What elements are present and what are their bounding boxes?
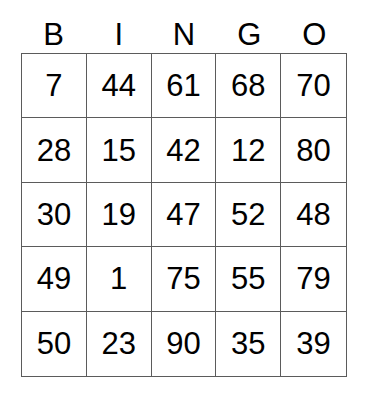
bingo-cell-r1c5[interactable]: 70 bbox=[281, 54, 346, 118]
header-letter-g: G bbox=[217, 16, 282, 52]
bingo-cell-r3c1[interactable]: 30 bbox=[22, 183, 87, 247]
bingo-cell-r1c1[interactable]: 7 bbox=[22, 54, 87, 118]
header-letter-o: O bbox=[282, 16, 347, 52]
bingo-cell-r3c5[interactable]: 48 bbox=[281, 183, 346, 247]
bingo-cell-r2c3[interactable]: 42 bbox=[152, 118, 217, 182]
bingo-cell-r4c3[interactable]: 75 bbox=[152, 247, 217, 311]
bingo-card: B I N G O 7 44 61 68 70 28 15 42 12 80 3… bbox=[0, 0, 368, 400]
bingo-cell-r2c4[interactable]: 12 bbox=[216, 118, 281, 182]
bingo-cell-r4c2[interactable]: 1 bbox=[87, 247, 152, 311]
bingo-cell-r3c2[interactable]: 19 bbox=[87, 183, 152, 247]
bingo-cell-r5c3[interactable]: 90 bbox=[152, 312, 217, 376]
bingo-cell-r4c1[interactable]: 49 bbox=[22, 247, 87, 311]
bingo-cell-r2c5[interactable]: 80 bbox=[281, 118, 346, 182]
bingo-cell-r1c3[interactable]: 61 bbox=[152, 54, 217, 118]
bingo-cell-r1c4[interactable]: 68 bbox=[216, 54, 281, 118]
bingo-cell-r2c2[interactable]: 15 bbox=[87, 118, 152, 182]
bingo-cell-r3c4[interactable]: 52 bbox=[216, 183, 281, 247]
bingo-header: B I N G O bbox=[21, 16, 347, 52]
bingo-cell-r5c4[interactable]: 35 bbox=[216, 312, 281, 376]
bingo-cell-r2c1[interactable]: 28 bbox=[22, 118, 87, 182]
bingo-cell-r5c1[interactable]: 50 bbox=[22, 312, 87, 376]
bingo-cell-r5c5[interactable]: 39 bbox=[281, 312, 346, 376]
bingo-cell-r3c3[interactable]: 47 bbox=[152, 183, 217, 247]
bingo-cell-r5c2[interactable]: 23 bbox=[87, 312, 152, 376]
bingo-cell-r4c5[interactable]: 79 bbox=[281, 247, 346, 311]
header-letter-i: I bbox=[86, 16, 151, 52]
bingo-cell-r1c2[interactable]: 44 bbox=[87, 54, 152, 118]
header-letter-b: B bbox=[21, 16, 86, 52]
bingo-board: 7 44 61 68 70 28 15 42 12 80 30 19 47 52… bbox=[21, 53, 347, 377]
header-letter-n: N bbox=[151, 16, 216, 52]
bingo-cell-r4c4[interactable]: 55 bbox=[216, 247, 281, 311]
